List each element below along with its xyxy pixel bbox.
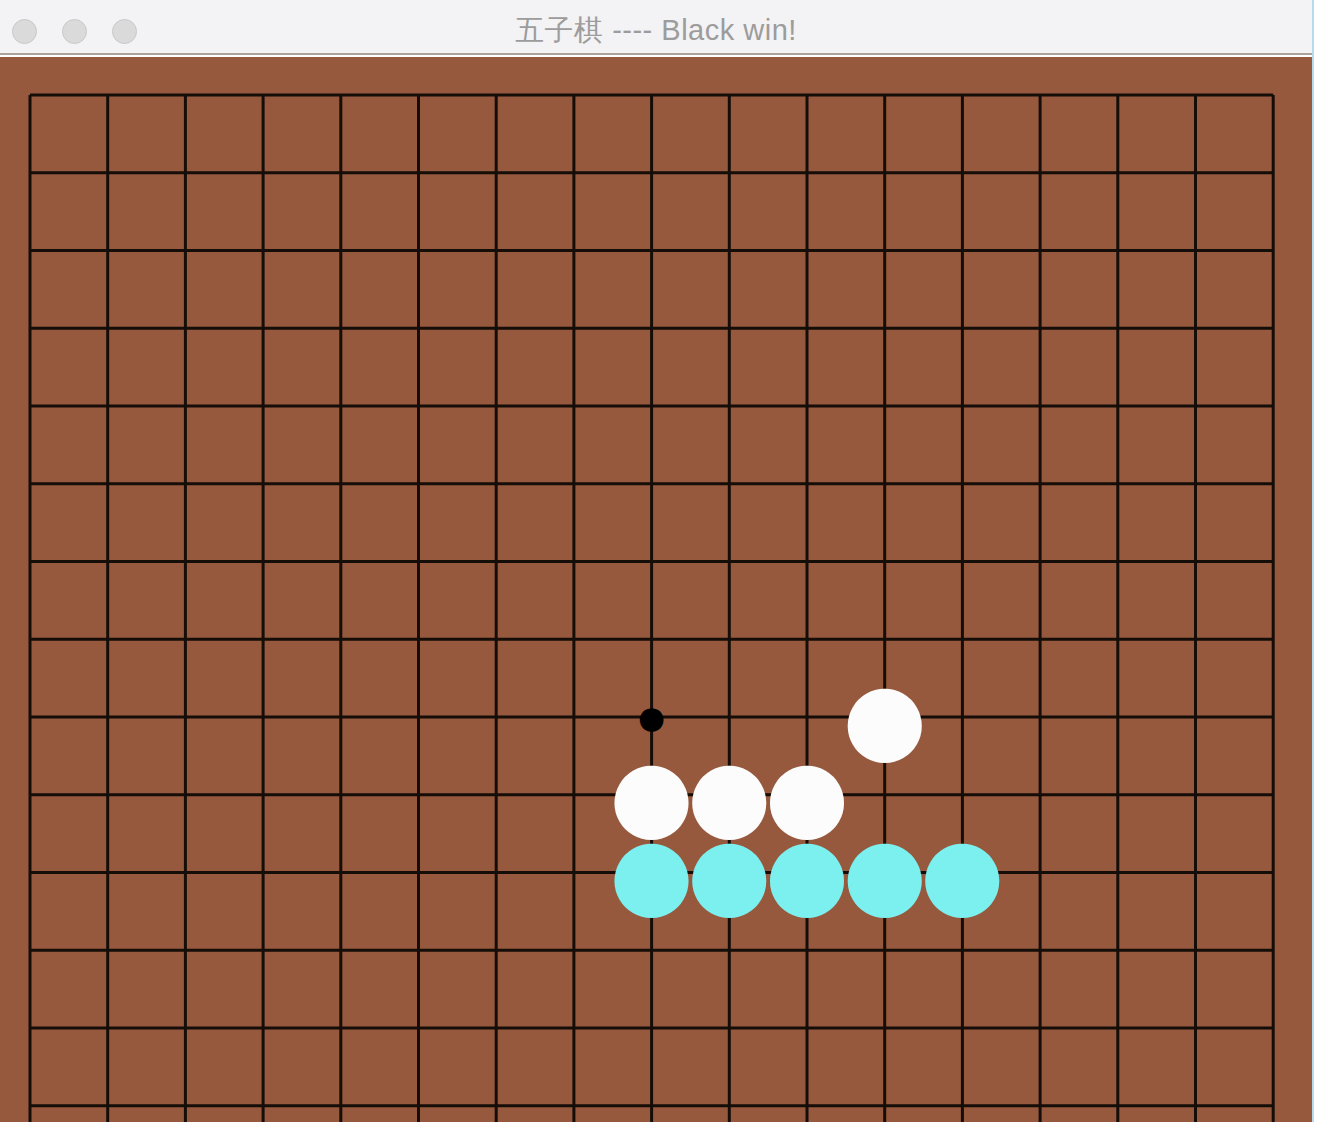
gomoku-window: 五子棋 ---- Black win! ●●●●●●●●●● <box>0 0 1314 1122</box>
desktop-background: 五子棋 ---- Black win! ●●●●●●●●●● <box>0 0 1326 1122</box>
board[interactable]: ●●●●●●●●●● <box>0 57 1312 1122</box>
board-grid <box>0 57 1312 1122</box>
window-title: 五子棋 ---- Black win! <box>0 11 1312 51</box>
titlebar: 五子棋 ---- Black win! <box>0 0 1312 55</box>
